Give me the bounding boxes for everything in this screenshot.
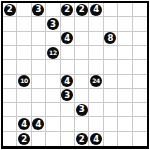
clue-circle: 4	[18, 118, 30, 130]
cell-r7c9[interactable]	[133, 103, 147, 117]
clue-circle: 10	[18, 75, 30, 87]
cell-r4c1[interactable]	[17, 60, 31, 74]
cell-r6c1[interactable]	[17, 89, 31, 103]
cell-r2c5[interactable]	[75, 32, 89, 46]
cell-r9c1[interactable]: 2	[17, 132, 31, 146]
cell-r3c6[interactable]	[89, 46, 103, 60]
cell-r3c1[interactable]	[17, 46, 31, 60]
cell-r8c0[interactable]	[3, 117, 17, 131]
cell-r6c2[interactable]	[32, 89, 46, 103]
cell-r8c2[interactable]: 4	[32, 117, 46, 131]
cell-r2c0[interactable]	[3, 32, 17, 46]
clue-circle: 3	[61, 89, 73, 101]
cell-r6c3[interactable]	[46, 89, 60, 103]
cell-r7c6[interactable]	[89, 103, 103, 117]
cell-r6c6[interactable]	[89, 89, 103, 103]
cell-r5c6[interactable]: 24	[89, 75, 103, 89]
cell-r6c8[interactable]	[118, 89, 132, 103]
puzzle-board: 2322434812104243344224	[1, 1, 149, 149]
cell-r4c9[interactable]	[133, 60, 147, 74]
cell-r7c3[interactable]	[46, 103, 60, 117]
cell-r0c5[interactable]: 2	[75, 3, 89, 17]
cell-r0c7[interactable]	[104, 3, 118, 17]
cell-r8c3[interactable]	[46, 117, 60, 131]
cell-r1c8[interactable]	[118, 17, 132, 31]
cell-r4c4[interactable]	[61, 60, 75, 74]
clue-circle: 2	[4, 4, 16, 16]
puzzle-page: 2322434812104243344224	[0, 0, 150, 150]
cell-r2c3[interactable]	[46, 32, 60, 46]
cell-r9c4[interactable]	[61, 132, 75, 146]
cell-r1c1[interactable]	[17, 17, 31, 31]
cell-r9c2[interactable]	[32, 132, 46, 146]
cell-r4c3[interactable]	[46, 60, 60, 74]
cell-r1c9[interactable]	[133, 17, 147, 31]
cell-r5c5[interactable]	[75, 75, 89, 89]
cell-r0c6[interactable]: 4	[89, 3, 103, 17]
cell-r9c6[interactable]: 4	[89, 132, 103, 146]
cell-r0c0[interactable]: 2	[3, 3, 17, 17]
cell-r6c5[interactable]	[75, 89, 89, 103]
cell-r5c3[interactable]	[46, 75, 60, 89]
cell-r0c2[interactable]: 3	[32, 3, 46, 17]
cell-r7c7[interactable]	[104, 103, 118, 117]
cell-r2c4[interactable]: 4	[61, 32, 75, 46]
cell-r3c2[interactable]	[32, 46, 46, 60]
cell-r8c1[interactable]: 4	[17, 117, 31, 131]
cell-r0c1[interactable]	[17, 3, 31, 17]
cell-r6c7[interactable]	[104, 89, 118, 103]
cell-r1c7[interactable]	[104, 17, 118, 31]
cell-r8c5[interactable]	[75, 117, 89, 131]
cell-r9c8[interactable]	[118, 132, 132, 146]
clue-circle: 3	[32, 4, 44, 16]
cell-r4c7[interactable]	[104, 60, 118, 74]
clue-circle: 4	[32, 118, 44, 130]
cell-r4c0[interactable]	[3, 60, 17, 74]
cell-r3c9[interactable]	[133, 46, 147, 60]
cell-r5c7[interactable]	[104, 75, 118, 89]
cell-r3c0[interactable]	[3, 46, 17, 60]
cell-r8c9[interactable]	[133, 117, 147, 131]
cell-r8c7[interactable]	[104, 117, 118, 131]
cell-r8c6[interactable]	[89, 117, 103, 131]
cell-r2c2[interactable]	[32, 32, 46, 46]
cell-r5c9[interactable]	[133, 75, 147, 89]
cell-r6c4[interactable]: 3	[61, 89, 75, 103]
cell-r5c8[interactable]	[118, 75, 132, 89]
clue-circle: 12	[47, 47, 59, 59]
cell-r0c8[interactable]	[118, 3, 132, 17]
cell-r9c9[interactable]	[133, 132, 147, 146]
cell-r1c2[interactable]	[32, 17, 46, 31]
cell-r9c7[interactable]	[104, 132, 118, 146]
cell-r7c0[interactable]	[3, 103, 17, 117]
cell-r4c8[interactable]	[118, 60, 132, 74]
cell-r5c4[interactable]: 4	[61, 75, 75, 89]
cell-r7c2[interactable]	[32, 103, 46, 117]
clue-circle: 4	[90, 133, 102, 145]
cell-r6c9[interactable]	[133, 89, 147, 103]
clue-circle: 4	[90, 4, 102, 16]
clue-circle: 4	[61, 32, 73, 44]
clue-circle: 2	[61, 4, 73, 16]
cell-r4c5[interactable]	[75, 60, 89, 74]
cell-r2c9[interactable]	[133, 32, 147, 46]
clue-circle: 3	[76, 104, 88, 116]
cell-r5c1[interactable]: 10	[17, 75, 31, 89]
cell-r1c5[interactable]	[75, 17, 89, 31]
cell-r4c2[interactable]	[32, 60, 46, 74]
cell-r0c9[interactable]	[133, 3, 147, 17]
cell-r1c0[interactable]	[3, 17, 17, 31]
clue-circle: 2	[18, 133, 30, 145]
clue-circle: 3	[47, 18, 59, 30]
cell-r0c3[interactable]	[46, 3, 60, 17]
cell-r7c5[interactable]: 3	[75, 103, 89, 117]
cell-r0c4[interactable]: 2	[61, 3, 75, 17]
cell-r9c5[interactable]: 2	[75, 132, 89, 146]
cell-r3c3[interactable]: 12	[46, 46, 60, 60]
cell-r6c0[interactable]	[3, 89, 17, 103]
clue-circle: 24	[90, 75, 102, 87]
cell-r1c4[interactable]	[61, 17, 75, 31]
cell-r1c6[interactable]	[89, 17, 103, 31]
cell-r5c2[interactable]	[32, 75, 46, 89]
cell-r2c1[interactable]	[17, 32, 31, 46]
cell-r3c4[interactable]	[61, 46, 75, 60]
clue-circle: 2	[76, 133, 88, 145]
cell-r3c8[interactable]	[118, 46, 132, 60]
cell-r2c8[interactable]	[118, 32, 132, 46]
cell-r3c5[interactable]	[75, 46, 89, 60]
cell-r8c4[interactable]	[61, 117, 75, 131]
clue-circle: 8	[104, 32, 116, 44]
cell-r7c1[interactable]	[17, 103, 31, 117]
cell-r5c0[interactable]	[3, 75, 17, 89]
clue-circle: 4	[61, 75, 73, 87]
cell-r9c0[interactable]	[3, 132, 17, 146]
cell-r2c6[interactable]	[89, 32, 103, 46]
cell-r8c8[interactable]	[118, 117, 132, 131]
cell-r7c8[interactable]	[118, 103, 132, 117]
cell-r1c3[interactable]: 3	[46, 17, 60, 31]
cell-r7c4[interactable]	[61, 103, 75, 117]
cell-r2c7[interactable]: 8	[104, 32, 118, 46]
clue-circle: 2	[76, 4, 88, 16]
cell-r9c3[interactable]	[46, 132, 60, 146]
cell-r4c6[interactable]	[89, 60, 103, 74]
cell-r3c7[interactable]	[104, 46, 118, 60]
